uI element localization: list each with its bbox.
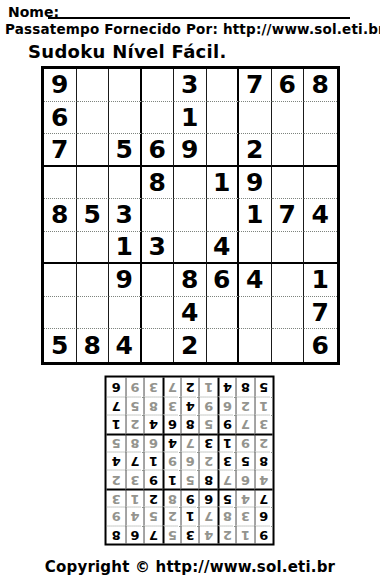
solution-cell-r9c7: 3 bbox=[144, 378, 162, 396]
sudoku-cell-r1c3[interactable] bbox=[109, 69, 142, 102]
solution-cell-r3c8: 1 bbox=[125, 488, 143, 506]
solution-cell-r8c7: 8 bbox=[144, 396, 162, 414]
provider-line: Passatempo Fornecido Por: http://www.sol… bbox=[5, 21, 380, 37]
sudoku-cell-r2c8[interactable] bbox=[272, 102, 305, 135]
sudoku-cell-r9c4[interactable] bbox=[142, 329, 175, 362]
sudoku-cell-r3c9[interactable] bbox=[304, 134, 337, 167]
solution-cell-r2c3: 8 bbox=[217, 507, 235, 525]
sudoku-cell-r9c1: 5 bbox=[44, 329, 77, 362]
solution-cell-r8c6: 3 bbox=[162, 396, 180, 414]
solution-cell-r2c6: 2 bbox=[162, 507, 180, 525]
sudoku-solution-board-upside-down: 9124357686387125497456982134678519328532… bbox=[105, 376, 275, 546]
sudoku-cell-r3c2[interactable] bbox=[77, 134, 110, 167]
solution-cell-r6c1: 2 bbox=[254, 433, 272, 451]
sudoku-cell-r5c6[interactable] bbox=[207, 199, 240, 232]
solution-cell-r3c3: 5 bbox=[217, 488, 235, 506]
solution-cell-r8c5: 4 bbox=[181, 396, 199, 414]
solution-cell-r7c3: 9 bbox=[217, 415, 235, 433]
solution-cell-r9c9: 6 bbox=[107, 378, 125, 396]
solution-cell-r9c3: 4 bbox=[217, 378, 235, 396]
solution-cell-r4c5: 5 bbox=[181, 470, 199, 488]
solution-cell-r3c7: 2 bbox=[144, 488, 162, 506]
sudoku-cell-r4c6: 1 bbox=[207, 167, 240, 200]
sudoku-cell-r7c8[interactable] bbox=[272, 264, 305, 297]
sudoku-cell-r3c4: 6 bbox=[142, 134, 175, 167]
solution-cell-r3c9: 3 bbox=[107, 488, 125, 506]
sudoku-cell-r5c9: 4 bbox=[304, 199, 337, 232]
sudoku-cell-r7c3: 9 bbox=[109, 264, 142, 297]
sudoku-cell-r1c1: 9 bbox=[44, 69, 77, 102]
sudoku-cell-r2c3[interactable] bbox=[109, 102, 142, 135]
solution-cell-r2c8: 4 bbox=[125, 507, 143, 525]
solution-cell-r5c8: 7 bbox=[125, 452, 143, 470]
sudoku-cell-r4c2[interactable] bbox=[77, 167, 110, 200]
solution-cell-r3c1: 7 bbox=[254, 488, 272, 506]
sudoku-cell-r2c1: 6 bbox=[44, 102, 77, 135]
solution-cell-r5c5: 6 bbox=[181, 452, 199, 470]
sudoku-cell-r8c4[interactable] bbox=[142, 297, 175, 330]
sudoku-cell-r6c9[interactable] bbox=[304, 232, 337, 265]
sudoku-cell-r3c1: 7 bbox=[44, 134, 77, 167]
solution-cell-r9c1: 5 bbox=[254, 378, 272, 396]
copyright-text: Copyright © http://www.sol.eti.br bbox=[0, 558, 380, 576]
solution-cell-r5c1: 8 bbox=[254, 452, 272, 470]
solution-cell-r1c4: 4 bbox=[199, 525, 217, 543]
sudoku-cell-r6c3: 1 bbox=[109, 232, 142, 265]
solution-cell-r7c9: 1 bbox=[107, 415, 125, 433]
sudoku-cell-r1c6[interactable] bbox=[207, 69, 240, 102]
sudoku-cell-r6c8[interactable] bbox=[272, 232, 305, 265]
sudoku-cell-r2c6[interactable] bbox=[207, 102, 240, 135]
sudoku-cell-r3c7: 2 bbox=[239, 134, 272, 167]
solution-cell-r4c1: 4 bbox=[254, 470, 272, 488]
solution-cell-r6c3: 1 bbox=[217, 433, 235, 451]
sudoku-cell-r6c1[interactable] bbox=[44, 232, 77, 265]
sudoku-cell-r2c7[interactable] bbox=[239, 102, 272, 135]
sudoku-cell-r4c4: 8 bbox=[142, 167, 175, 200]
sudoku-cell-r6c5[interactable] bbox=[174, 232, 207, 265]
sudoku-cell-r1c2[interactable] bbox=[77, 69, 110, 102]
sudoku-cell-r8c5: 4 bbox=[174, 297, 207, 330]
solution-cell-r7c6: 6 bbox=[162, 415, 180, 433]
solution-cell-r3c6: 8 bbox=[162, 488, 180, 506]
sudoku-cell-r9c6[interactable] bbox=[207, 329, 240, 362]
sudoku-cell-r2c4[interactable] bbox=[142, 102, 175, 135]
solution-cell-r2c2: 3 bbox=[236, 507, 254, 525]
solution-cell-r7c8: 2 bbox=[125, 415, 143, 433]
solution-cell-r7c2: 7 bbox=[236, 415, 254, 433]
sudoku-cell-r8c6[interactable] bbox=[207, 297, 240, 330]
sudoku-cell-r7c5: 8 bbox=[174, 264, 207, 297]
solution-cell-r4c2: 6 bbox=[236, 470, 254, 488]
sudoku-cell-r4c1[interactable] bbox=[44, 167, 77, 200]
solution-cell-r2c4: 7 bbox=[199, 507, 217, 525]
sudoku-cell-r3c3: 5 bbox=[109, 134, 142, 167]
sudoku-cell-r6c7[interactable] bbox=[239, 232, 272, 265]
sudoku-cell-r8c1[interactable] bbox=[44, 297, 77, 330]
sudoku-cell-r9c5: 2 bbox=[174, 329, 207, 362]
sudoku-cell-r8c8[interactable] bbox=[272, 297, 305, 330]
solution-cell-r2c1: 6 bbox=[254, 507, 272, 525]
sudoku-cell-r4c5[interactable] bbox=[174, 167, 207, 200]
solution-cell-r5c3: 3 bbox=[217, 452, 235, 470]
sudoku-cell-r8c2[interactable] bbox=[77, 297, 110, 330]
solution-cell-r8c2: 2 bbox=[236, 396, 254, 414]
solution-cell-r9c6: 7 bbox=[162, 378, 180, 396]
solution-cell-r6c7: 6 bbox=[144, 433, 162, 451]
solution-cell-r4c3: 7 bbox=[217, 470, 235, 488]
solution-cell-r1c3: 2 bbox=[217, 525, 235, 543]
solution-cell-r7c7: 4 bbox=[144, 415, 162, 433]
sudoku-cell-r9c3: 4 bbox=[109, 329, 142, 362]
solution-cell-r6c4: 3 bbox=[199, 433, 217, 451]
sudoku-cell-r7c6: 6 bbox=[207, 264, 240, 297]
sudoku-cell-r8c9: 7 bbox=[304, 297, 337, 330]
sudoku-cell-r1c9: 8 bbox=[304, 69, 337, 102]
sudoku-cell-r6c2[interactable] bbox=[77, 232, 110, 265]
sudoku-cell-r9c8[interactable] bbox=[272, 329, 305, 362]
sudoku-cell-r5c1: 8 bbox=[44, 199, 77, 232]
solution-cell-r7c5: 8 bbox=[181, 415, 199, 433]
sudoku-cell-r4c9[interactable] bbox=[304, 167, 337, 200]
solution-cell-r6c5: 7 bbox=[181, 433, 199, 451]
solution-cell-r1c7: 7 bbox=[144, 525, 162, 543]
sudoku-cell-r7c1[interactable] bbox=[44, 264, 77, 297]
sudoku-board: 937686175692819853174134986414758426 bbox=[41, 66, 340, 365]
sudoku-cell-r1c4[interactable] bbox=[142, 69, 175, 102]
solution-cell-r8c4: 9 bbox=[199, 396, 217, 414]
sudoku-cell-r1c5: 3 bbox=[174, 69, 207, 102]
solution-cell-r5c4: 2 bbox=[199, 452, 217, 470]
sudoku-cell-r4c8[interactable] bbox=[272, 167, 305, 200]
solution-cell-r7c1: 3 bbox=[254, 415, 272, 433]
solution-cell-r5c9: 4 bbox=[107, 452, 125, 470]
solution-cell-r8c8: 5 bbox=[125, 396, 143, 414]
solution-cell-r8c9: 7 bbox=[107, 396, 125, 414]
sudoku-cell-r2c2[interactable] bbox=[77, 102, 110, 135]
sudoku-cell-r2c5: 1 bbox=[174, 102, 207, 135]
solution-cell-r3c4: 6 bbox=[199, 488, 217, 506]
solution-cell-r2c9: 9 bbox=[107, 507, 125, 525]
solution-cell-r4c8: 3 bbox=[125, 470, 143, 488]
solution-cell-r8c3: 6 bbox=[217, 396, 235, 414]
solution-cell-r9c4: 1 bbox=[199, 378, 217, 396]
solution-cell-r1c2: 1 bbox=[236, 525, 254, 543]
solution-cell-r2c7: 5 bbox=[144, 507, 162, 525]
sudoku-cell-r4c7: 9 bbox=[239, 167, 272, 200]
solution-cell-r4c4: 8 bbox=[199, 470, 217, 488]
sudoku-cell-r5c2: 5 bbox=[77, 199, 110, 232]
solution-cell-r1c8: 6 bbox=[125, 525, 143, 543]
sudoku-cell-r5c5[interactable] bbox=[174, 199, 207, 232]
sudoku-cell-r7c2[interactable] bbox=[77, 264, 110, 297]
solution-cell-r6c9: 5 bbox=[107, 433, 125, 451]
solution-cell-r9c2: 8 bbox=[236, 378, 254, 396]
name-input-line[interactable] bbox=[48, 0, 350, 19]
solution-cell-r4c9: 2 bbox=[107, 470, 125, 488]
sudoku-cell-r9c2: 8 bbox=[77, 329, 110, 362]
sudoku-cell-r7c4[interactable] bbox=[142, 264, 175, 297]
sudoku-cell-r1c7: 7 bbox=[239, 69, 272, 102]
solution-cell-r5c7: 1 bbox=[144, 452, 162, 470]
page-title: Sudoku Nível Fácil. bbox=[28, 41, 227, 62]
solution-cell-r1c1: 9 bbox=[254, 525, 272, 543]
solution-cell-r6c6: 4 bbox=[162, 433, 180, 451]
sudoku-cell-r3c8[interactable] bbox=[272, 134, 305, 167]
solution-cell-r6c8: 8 bbox=[125, 433, 143, 451]
sudoku-cell-r9c7[interactable] bbox=[239, 329, 272, 362]
sudoku-cell-r8c3[interactable] bbox=[109, 297, 142, 330]
sudoku-cell-r5c3: 3 bbox=[109, 199, 142, 232]
sudoku-cell-r5c8: 7 bbox=[272, 199, 305, 232]
solution-cell-r4c7: 9 bbox=[144, 470, 162, 488]
solution-cell-r3c2: 4 bbox=[236, 488, 254, 506]
sudoku-cell-r7c7: 4 bbox=[239, 264, 272, 297]
solution-cell-r1c6: 5 bbox=[162, 525, 180, 543]
sudoku-cell-r5c4[interactable] bbox=[142, 199, 175, 232]
solution-cell-r4c6: 1 bbox=[162, 470, 180, 488]
solution-cell-r9c8: 9 bbox=[125, 378, 143, 396]
solution-cell-r5c2: 5 bbox=[236, 452, 254, 470]
sudoku-cell-r5c7: 1 bbox=[239, 199, 272, 232]
sudoku-cell-r4c3[interactable] bbox=[109, 167, 142, 200]
sudoku-cell-r3c5: 9 bbox=[174, 134, 207, 167]
solution-cell-r3c5: 9 bbox=[181, 488, 199, 506]
solution-cell-r1c5: 3 bbox=[181, 525, 199, 543]
sudoku-cell-r8c7[interactable] bbox=[239, 297, 272, 330]
sudoku-cell-r3c6[interactable] bbox=[207, 134, 240, 167]
solution-cell-r9c5: 2 bbox=[181, 378, 199, 396]
solution-cell-r2c5: 1 bbox=[181, 507, 199, 525]
sudoku-cell-r1c8: 6 bbox=[272, 69, 305, 102]
solution-cell-r5c6: 9 bbox=[162, 452, 180, 470]
sudoku-cell-r2c9[interactable] bbox=[304, 102, 337, 135]
solution-cell-r1c9: 8 bbox=[107, 525, 125, 543]
sudoku-cell-r6c6: 4 bbox=[207, 232, 240, 265]
sudoku-cell-r6c4: 3 bbox=[142, 232, 175, 265]
sudoku-cell-r9c9: 6 bbox=[304, 329, 337, 362]
solution-cell-r8c1: 1 bbox=[254, 396, 272, 414]
sudoku-cell-r7c9: 1 bbox=[304, 264, 337, 297]
solution-cell-r7c4: 5 bbox=[199, 415, 217, 433]
solution-cell-r6c2: 9 bbox=[236, 433, 254, 451]
